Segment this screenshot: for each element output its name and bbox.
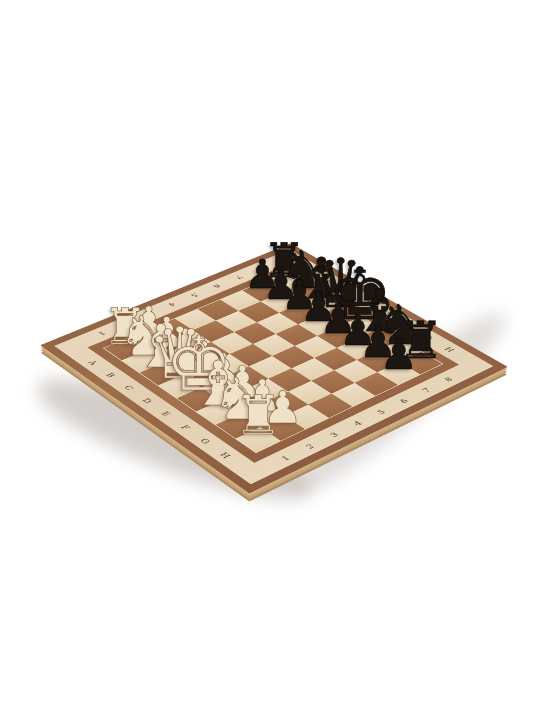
- chess-board: ABCDEFGH ABCDEFGH 87654321 87654321: [40, 243, 508, 493]
- photo-canvas: ABCDEFGH ABCDEFGH 87654321 87654321 ♜♞♝♛…: [0, 0, 540, 720]
